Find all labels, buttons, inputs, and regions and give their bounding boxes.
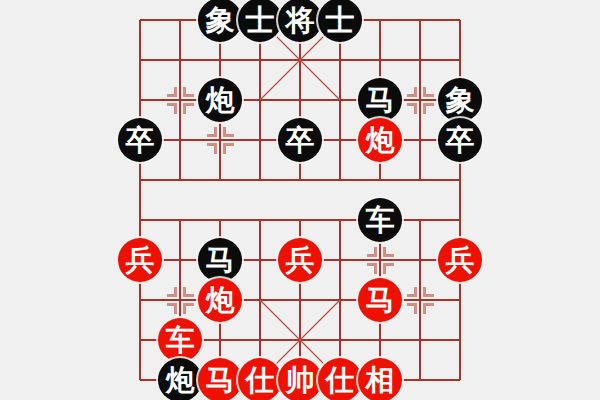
piece-red-advisor[interactable]: 仕 xyxy=(318,358,362,400)
piece-black-advisor[interactable]: 士 xyxy=(238,0,282,42)
piece-glyph: 马 xyxy=(366,86,395,115)
piece-glyph: 兵 xyxy=(126,246,155,275)
piece-red-soldier[interactable]: 兵 xyxy=(278,238,322,282)
piece-glyph: 车 xyxy=(166,326,195,355)
piece-black-soldier[interactable]: 卒 xyxy=(118,118,162,162)
piece-black-soldier[interactable]: 卒 xyxy=(438,118,482,162)
piece-red-elephant[interactable]: 相 xyxy=(358,358,402,400)
piece-red-soldier[interactable]: 兵 xyxy=(118,238,162,282)
piece-glyph: 卒 xyxy=(446,126,475,155)
piece-red-advisor[interactable]: 仕 xyxy=(238,358,282,400)
piece-glyph: 卒 xyxy=(126,126,155,155)
piece-glyph: 炮 xyxy=(206,86,235,115)
piece-glyph: 马 xyxy=(206,246,235,275)
piece-glyph: 炮 xyxy=(366,126,395,155)
piece-glyph: 仕 xyxy=(326,366,355,395)
piece-black-cannon[interactable]: 炮 xyxy=(198,78,242,122)
piece-red-cannon[interactable]: 炮 xyxy=(198,278,242,322)
piece-glyph: 马 xyxy=(206,366,235,395)
piece-red-horse[interactable]: 马 xyxy=(198,358,242,400)
piece-black-cannon[interactable]: 炮 xyxy=(158,358,202,400)
piece-glyph: 将 xyxy=(286,6,315,35)
piece-black-horse[interactable]: 马 xyxy=(198,238,242,282)
piece-black-soldier[interactable]: 卒 xyxy=(278,118,322,162)
piece-glyph: 兵 xyxy=(446,246,475,275)
piece-black-elephant[interactable]: 象 xyxy=(198,0,242,42)
piece-glyph: 车 xyxy=(366,206,395,235)
piece-black-chariot[interactable]: 车 xyxy=(358,198,402,242)
pieces-layer: 象士将士炮马象卒卒炮卒车兵马兵兵炮马车炮马仕帅仕相 xyxy=(0,0,600,400)
piece-glyph: 马 xyxy=(366,286,395,315)
piece-glyph: 炮 xyxy=(206,286,235,315)
piece-glyph: 士 xyxy=(246,6,275,35)
piece-black-horse[interactable]: 马 xyxy=(358,78,402,122)
piece-black-advisor[interactable]: 士 xyxy=(318,0,362,42)
piece-black-general[interactable]: 将 xyxy=(278,0,322,42)
piece-glyph: 炮 xyxy=(166,366,195,395)
piece-glyph: 兵 xyxy=(286,246,315,275)
piece-glyph: 象 xyxy=(446,86,475,115)
piece-glyph: 相 xyxy=(366,366,395,395)
piece-red-soldier[interactable]: 兵 xyxy=(438,238,482,282)
piece-red-general[interactable]: 帅 xyxy=(278,358,322,400)
piece-glyph: 士 xyxy=(326,6,355,35)
piece-glyph: 卒 xyxy=(286,126,315,155)
piece-black-elephant[interactable]: 象 xyxy=(438,78,482,122)
piece-red-horse[interactable]: 马 xyxy=(358,278,402,322)
xiangqi-board: 象士将士炮马象卒卒炮卒车兵马兵兵炮马车炮马仕帅仕相 xyxy=(0,0,600,400)
piece-red-cannon[interactable]: 炮 xyxy=(358,118,402,162)
piece-glyph: 象 xyxy=(206,6,235,35)
piece-red-chariot[interactable]: 车 xyxy=(158,318,202,362)
piece-glyph: 仕 xyxy=(246,366,275,395)
piece-glyph: 帅 xyxy=(286,366,315,395)
